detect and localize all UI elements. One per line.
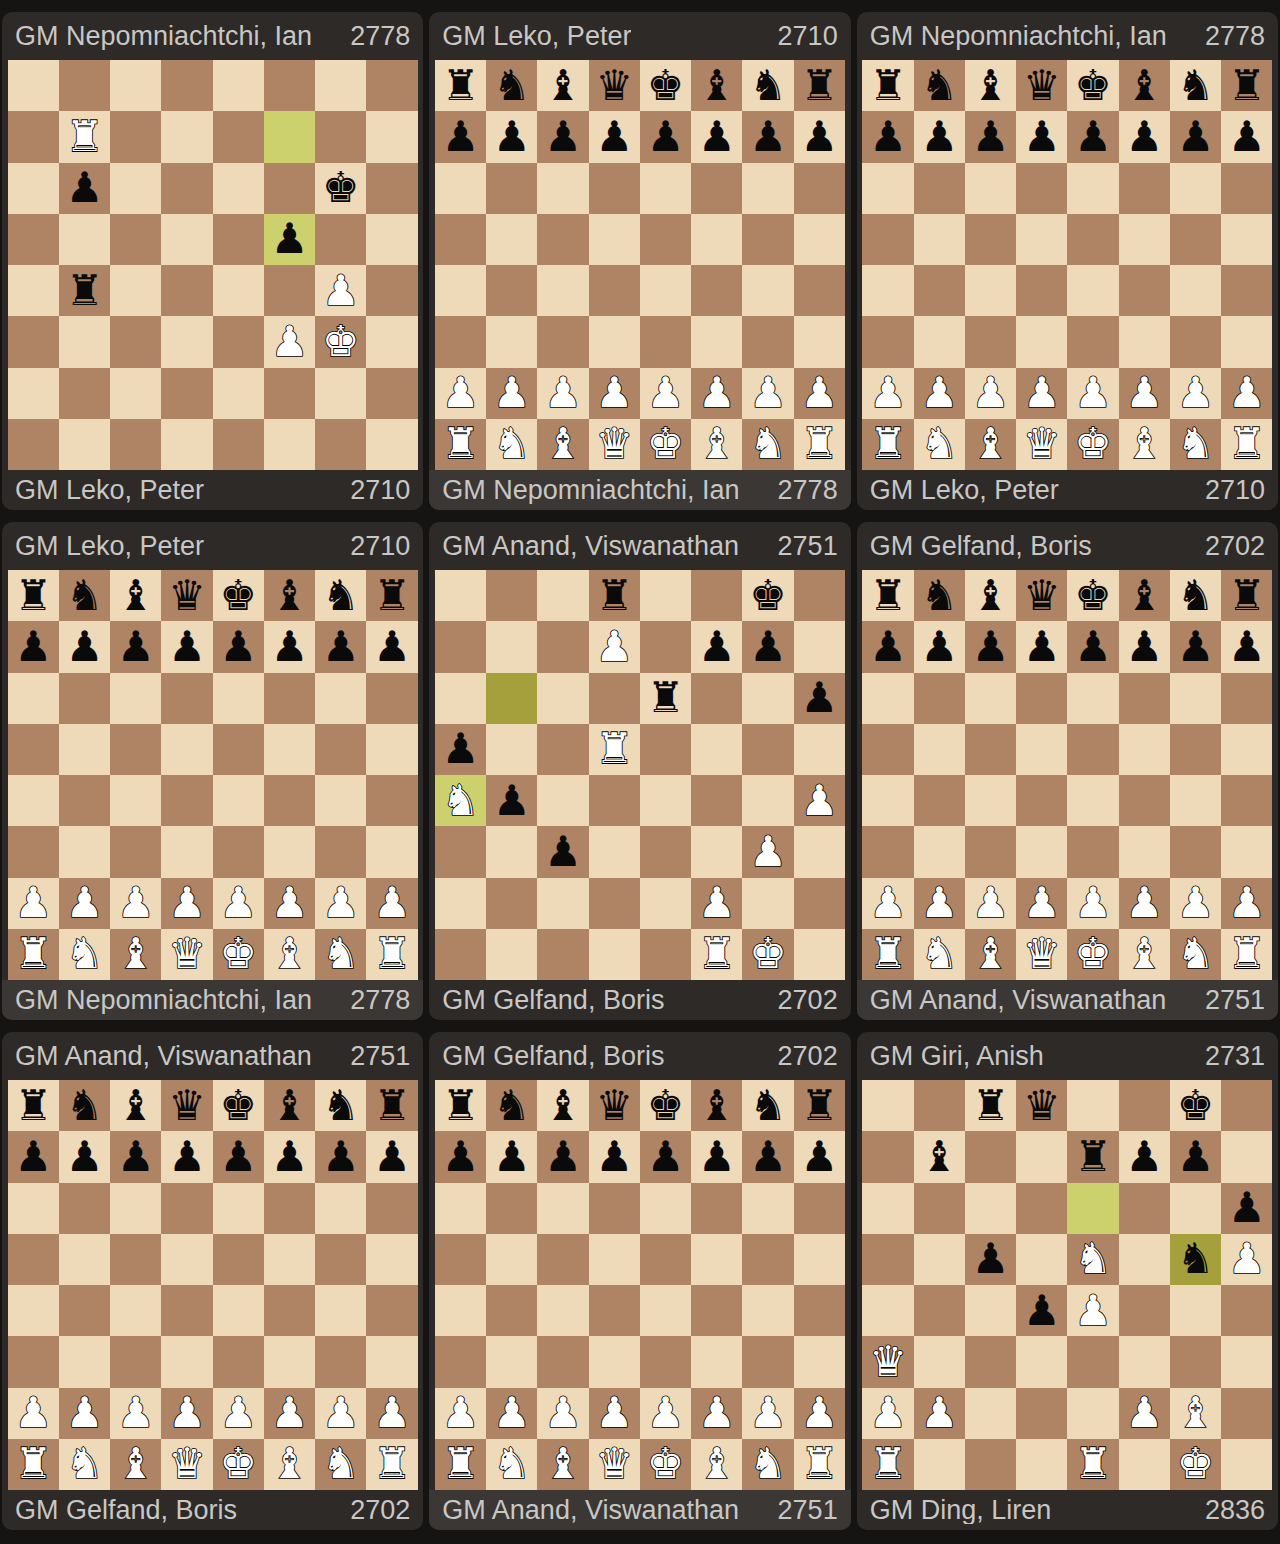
white-pawn-piece[interactable]: ♟ [110,1388,161,1439]
square-b7[interactable]: ♟ [486,1131,537,1182]
square-f8[interactable]: ♝ [264,570,315,621]
square-f3[interactable] [691,826,742,877]
square-h7[interactable]: ♟ [794,1131,845,1182]
square-b1[interactable]: ♞ [486,419,537,470]
square-b5[interactable] [59,214,110,265]
black-queen-piece[interactable]: ♛ [589,60,640,111]
square-h1[interactable]: ♜ [794,419,845,470]
square-g1[interactable] [315,419,366,470]
white-pawn-piece[interactable]: ♟ [213,1388,264,1439]
white-rook-piece[interactable]: ♜ [366,1439,417,1490]
black-queen-piece[interactable]: ♛ [1016,570,1067,621]
white-pawn-piece[interactable]: ♟ [366,878,417,929]
square-c3[interactable] [537,1336,588,1387]
square-b5[interactable] [486,214,537,265]
square-g2[interactable]: ♟ [1170,878,1221,929]
square-f7[interactable]: ♟ [1119,111,1170,162]
square-c5[interactable] [537,214,588,265]
square-f3[interactable] [691,316,742,367]
black-rook-piece[interactable]: ♜ [965,1080,1016,1131]
square-h4[interactable] [366,1285,417,1336]
white-pawn-piece[interactable]: ♟ [110,878,161,929]
square-d8[interactable]: ♛ [589,1080,640,1131]
square-a2[interactable]: ♟ [435,368,486,419]
square-h3[interactable] [366,826,417,877]
square-a4[interactable] [435,265,486,316]
black-pawn-piece[interactable]: ♟ [589,111,640,162]
square-h1[interactable] [366,419,417,470]
white-pawn-piece[interactable]: ♟ [1067,878,1118,929]
square-a5[interactable]: ♟ [435,724,486,775]
square-f7[interactable]: ♟ [264,1131,315,1182]
square-a8[interactable]: ♜ [8,1080,59,1131]
square-g7[interactable] [315,111,366,162]
square-b3[interactable] [914,826,965,877]
square-h5[interactable] [794,1234,845,1285]
square-a1[interactable]: ♜ [862,419,913,470]
square-e8[interactable]: ♚ [1067,570,1118,621]
white-knight-piece[interactable]: ♞ [435,775,486,826]
square-h7[interactable]: ♟ [794,111,845,162]
square-a8[interactable]: ♜ [862,60,913,111]
square-d7[interactable]: ♟ [589,111,640,162]
square-e4[interactable] [213,1285,264,1336]
black-pawn-piece[interactable]: ♟ [794,111,845,162]
square-g2[interactable]: ♟ [315,1388,366,1439]
square-e8[interactable]: ♚ [213,1080,264,1131]
square-g2[interactable]: ♝ [1170,1388,1221,1439]
white-bishop-piece[interactable]: ♝ [110,1439,161,1490]
black-pawn-piece[interactable]: ♟ [742,111,793,162]
black-bishop-piece[interactable]: ♝ [691,1080,742,1131]
square-d1[interactable]: ♛ [1016,419,1067,470]
square-b7[interactable]: ♟ [59,1131,110,1182]
black-pawn-piece[interactable]: ♟ [435,724,486,775]
square-c4[interactable] [965,1285,1016,1336]
white-rook-piece[interactable]: ♜ [8,1439,59,1490]
square-e7[interactable]: ♟ [1067,111,1118,162]
square-b6[interactable] [486,163,537,214]
black-pawn-piece[interactable]: ♟ [161,621,212,672]
square-d5[interactable] [589,1234,640,1285]
square-g8[interactable]: ♞ [742,60,793,111]
black-pawn-piece[interactable]: ♟ [691,621,742,672]
black-rook-piece[interactable]: ♜ [1221,570,1272,621]
black-rook-piece[interactable]: ♜ [862,570,913,621]
square-h4[interactable] [366,265,417,316]
square-b4[interactable] [914,775,965,826]
square-d1[interactable] [1016,1439,1067,1490]
square-b4[interactable] [59,1285,110,1336]
square-e5[interactable]: ♞ [1067,1234,1118,1285]
square-f7[interactable]: ♟ [691,1131,742,1182]
square-f2[interactable]: ♟ [264,1388,315,1439]
square-g5[interactable] [315,724,366,775]
game-card[interactable]: GM Nepomniachtchi, Ian 2778 ♜♞♝♛♚♝♞♜♟♟♟♟… [857,12,1278,510]
square-a2[interactable]: ♟ [862,878,913,929]
square-h5[interactable] [366,1234,417,1285]
square-f6[interactable] [1119,1183,1170,1234]
square-b8[interactable]: ♞ [486,60,537,111]
square-c8[interactable]: ♜ [965,1080,1016,1131]
square-c6[interactable] [110,163,161,214]
square-f6[interactable] [264,1183,315,1234]
square-d3[interactable] [161,316,212,367]
square-d6[interactable] [589,1183,640,1234]
square-b2[interactable]: ♟ [914,878,965,929]
black-rook-piece[interactable]: ♜ [589,570,640,621]
square-c2[interactable]: ♟ [110,1388,161,1439]
square-h2[interactable]: ♟ [1221,878,1272,929]
square-b3[interactable] [486,826,537,877]
square-e6[interactable] [213,163,264,214]
square-b3[interactable] [59,1336,110,1387]
white-pawn-piece[interactable]: ♟ [1170,368,1221,419]
square-b8[interactable] [59,60,110,111]
square-b5[interactable] [914,724,965,775]
square-c8[interactable]: ♝ [537,60,588,111]
black-knight-piece[interactable]: ♞ [59,570,110,621]
square-g5[interactable] [315,214,366,265]
square-g6[interactable] [315,1183,366,1234]
square-a2[interactable] [435,878,486,929]
black-bishop-piece[interactable]: ♝ [691,60,742,111]
white-pawn-piece[interactable]: ♟ [537,1388,588,1439]
chess-board[interactable]: ♜♟♚♟♜♟♟♚ [8,60,418,470]
square-d1[interactable] [589,929,640,980]
square-f4[interactable] [1119,265,1170,316]
square-c5[interactable] [965,724,1016,775]
square-b2[interactable]: ♟ [914,368,965,419]
white-pawn-piece[interactable]: ♟ [59,1388,110,1439]
square-h5[interactable] [794,724,845,775]
square-a6[interactable] [435,1183,486,1234]
square-c7[interactable]: ♟ [537,111,588,162]
square-c4[interactable] [965,265,1016,316]
square-f3[interactable] [264,1336,315,1387]
square-d3[interactable] [1016,1336,1067,1387]
square-h3[interactable] [366,316,417,367]
square-b6[interactable] [914,673,965,724]
square-g3[interactable] [315,1336,366,1387]
white-pawn-piece[interactable]: ♟ [691,878,742,929]
square-c1[interactable]: ♝ [537,419,588,470]
square-d4[interactable] [589,265,640,316]
square-g1[interactable]: ♞ [742,1439,793,1490]
black-knight-piece[interactable]: ♞ [486,1080,537,1131]
black-pawn-piece[interactable]: ♟ [1119,621,1170,672]
square-a5[interactable] [435,214,486,265]
square-c4[interactable] [965,775,1016,826]
black-king-piece[interactable]: ♚ [640,60,691,111]
square-e1[interactable] [640,929,691,980]
square-f3[interactable] [264,826,315,877]
square-h8[interactable]: ♜ [1221,570,1272,621]
square-d1[interactable] [161,419,212,470]
square-a8[interactable]: ♜ [862,570,913,621]
square-b8[interactable]: ♞ [59,1080,110,1131]
square-a7[interactable]: ♟ [862,111,913,162]
black-pawn-piece[interactable]: ♟ [1170,1131,1221,1182]
square-d7[interactable]: ♟ [1016,111,1067,162]
black-pawn-piece[interactable]: ♟ [161,1131,212,1182]
black-king-piece[interactable]: ♚ [213,1080,264,1131]
white-rook-piece[interactable]: ♜ [1067,1439,1118,1490]
square-d5[interactable] [161,724,212,775]
black-pawn-piece[interactable]: ♟ [264,621,315,672]
square-f2[interactable]: ♟ [691,878,742,929]
black-queen-piece[interactable]: ♛ [589,1080,640,1131]
black-king-piece[interactable]: ♚ [213,570,264,621]
white-pawn-piece[interactable]: ♟ [486,1388,537,1439]
white-bishop-piece[interactable]: ♝ [691,419,742,470]
square-a3[interactable] [862,826,913,877]
square-h5[interactable] [366,214,417,265]
square-a1[interactable] [435,929,486,980]
white-pawn-piece[interactable]: ♟ [1067,1285,1118,1336]
white-bishop-piece[interactable]: ♝ [264,929,315,980]
square-d4[interactable] [1016,265,1067,316]
square-b2[interactable]: ♟ [486,368,537,419]
black-pawn-piece[interactable]: ♟ [486,775,537,826]
white-queen-piece[interactable]: ♛ [862,1336,913,1387]
square-g4[interactable] [1170,1285,1221,1336]
square-g2[interactable]: ♟ [315,878,366,929]
square-e6[interactable] [1067,1183,1118,1234]
square-b1[interactable]: ♞ [59,1439,110,1490]
white-queen-piece[interactable]: ♛ [1016,419,1067,470]
square-a6[interactable] [435,163,486,214]
square-h3[interactable] [794,1336,845,1387]
black-pawn-piece[interactable]: ♟ [589,1131,640,1182]
square-b2[interactable]: ♟ [59,1388,110,1439]
square-f6[interactable] [264,673,315,724]
square-e1[interactable] [213,419,264,470]
square-b4[interactable] [914,1285,965,1336]
square-f2[interactable]: ♟ [1119,368,1170,419]
square-g1[interactable]: ♞ [1170,419,1221,470]
square-g7[interactable]: ♟ [315,1131,366,1182]
white-pawn-piece[interactable]: ♟ [1067,368,1118,419]
square-e1[interactable]: ♚ [213,929,264,980]
game-card[interactable]: GM Gelfand, Boris 2702 ♜♞♝♛♚♝♞♜♟♟♟♟♟♟♟♟♟… [429,1032,850,1530]
square-a3[interactable] [8,1336,59,1387]
black-pawn-piece[interactable]: ♟ [1119,1131,1170,1182]
square-c6[interactable] [965,1183,1016,1234]
black-queen-piece[interactable]: ♛ [1016,1080,1067,1131]
square-c3[interactable]: ♟ [537,826,588,877]
square-h8[interactable]: ♜ [794,60,845,111]
square-a4[interactable] [8,1285,59,1336]
square-a2[interactable]: ♟ [8,1388,59,1439]
square-h7[interactable] [1221,1131,1272,1182]
black-rook-piece[interactable]: ♜ [794,1080,845,1131]
black-pawn-piece[interactable]: ♟ [691,1131,742,1182]
square-e4[interactable] [640,265,691,316]
square-a7[interactable]: ♟ [862,621,913,672]
white-king-piece[interactable]: ♚ [640,419,691,470]
white-pawn-piece[interactable]: ♟ [965,368,1016,419]
square-d4[interactable] [589,1285,640,1336]
square-g5[interactable]: ♞ [1170,1234,1221,1285]
square-b8[interactable]: ♞ [59,570,110,621]
black-king-piece[interactable]: ♚ [1067,60,1118,111]
white-king-piece[interactable]: ♚ [315,316,366,367]
square-g1[interactable]: ♞ [315,1439,366,1490]
square-c4[interactable] [537,775,588,826]
square-e6[interactable]: ♜ [640,673,691,724]
square-a6[interactable] [862,163,913,214]
square-f4[interactable] [1119,1285,1170,1336]
square-h8[interactable] [1221,1080,1272,1131]
black-pawn-piece[interactable]: ♟ [537,111,588,162]
black-pawn-piece[interactable]: ♟ [1170,621,1221,672]
square-f5[interactable] [1119,1234,1170,1285]
square-b3[interactable] [914,316,965,367]
square-c2[interactable]: ♟ [965,878,1016,929]
square-b7[interactable]: ♜ [59,111,110,162]
square-d7[interactable] [161,111,212,162]
square-d2[interactable] [589,878,640,929]
white-king-piece[interactable]: ♚ [213,1439,264,1490]
square-f4[interactable] [691,1285,742,1336]
white-pawn-piece[interactable]: ♟ [1170,878,1221,929]
black-pawn-piece[interactable]: ♟ [435,111,486,162]
white-rook-piece[interactable]: ♜ [59,111,110,162]
square-d7[interactable]: ♟ [589,1131,640,1182]
square-e3[interactable] [1067,1336,1118,1387]
square-c6[interactable] [537,1183,588,1234]
black-pawn-piece[interactable]: ♟ [537,1131,588,1182]
square-b2[interactable]: ♟ [914,1388,965,1439]
white-queen-piece[interactable]: ♛ [589,1439,640,1490]
square-h4[interactable] [794,265,845,316]
white-rook-piece[interactable]: ♜ [862,419,913,470]
square-c7[interactable] [965,1131,1016,1182]
square-g3[interactable] [742,1336,793,1387]
square-c1[interactable] [537,929,588,980]
square-f7[interactable]: ♟ [691,111,742,162]
white-bishop-piece[interactable]: ♝ [110,929,161,980]
square-a1[interactable] [8,419,59,470]
square-g5[interactable] [742,214,793,265]
square-a4[interactable] [435,1285,486,1336]
square-h6[interactable] [794,1183,845,1234]
square-f6[interactable] [691,1183,742,1234]
black-knight-piece[interactable]: ♞ [914,60,965,111]
black-pawn-piece[interactable]: ♟ [59,163,110,214]
square-b1[interactable]: ♞ [486,1439,537,1490]
square-b7[interactable]: ♟ [914,621,965,672]
black-pawn-piece[interactable]: ♟ [862,621,913,672]
square-h1[interactable]: ♜ [366,929,417,980]
game-card[interactable]: GM Giri, Anish 2731 ♜♛♚♝♜♟♟♟♟♞♞♟♟♟♛♟♟♟♝♜… [857,1032,1278,1530]
square-f5[interactable] [264,1234,315,1285]
white-rook-piece[interactable]: ♜ [589,724,640,775]
black-pawn-piece[interactable]: ♟ [1016,1285,1067,1336]
square-f5[interactable] [691,214,742,265]
white-pawn-piece[interactable]: ♟ [315,265,366,316]
square-f4[interactable] [264,775,315,826]
square-h6[interactable] [1221,673,1272,724]
square-h8[interactable] [794,570,845,621]
square-h2[interactable]: ♟ [1221,368,1272,419]
white-rook-piece[interactable]: ♜ [366,929,417,980]
square-a2[interactable]: ♟ [862,1388,913,1439]
square-b6[interactable] [59,673,110,724]
square-d8[interactable]: ♛ [1016,1080,1067,1131]
square-c5[interactable] [537,724,588,775]
white-pawn-piece[interactable]: ♟ [435,1388,486,1439]
square-f3[interactable] [691,1336,742,1387]
square-d2[interactable]: ♟ [589,1388,640,1439]
white-pawn-piece[interactable]: ♟ [691,1388,742,1439]
white-rook-piece[interactable]: ♜ [794,1439,845,1490]
square-h6[interactable] [1221,163,1272,214]
square-d5[interactable] [1016,724,1067,775]
square-g6[interactable] [742,1183,793,1234]
white-pawn-piece[interactable]: ♟ [1119,1388,1170,1439]
square-b7[interactable]: ♟ [59,621,110,672]
square-h3[interactable] [794,826,845,877]
white-pawn-piece[interactable]: ♟ [1221,1234,1272,1285]
square-h2[interactable] [794,878,845,929]
black-pawn-piece[interactable]: ♟ [1221,621,1272,672]
black-pawn-piece[interactable]: ♟ [1221,111,1272,162]
black-pawn-piece[interactable]: ♟ [1221,1183,1272,1234]
square-a8[interactable] [435,570,486,621]
white-pawn-piece[interactable]: ♟ [8,878,59,929]
square-g3[interactable] [1170,316,1221,367]
square-f5[interactable] [691,724,742,775]
square-d3[interactable] [1016,826,1067,877]
black-bishop-piece[interactable]: ♝ [110,570,161,621]
white-bishop-piece[interactable]: ♝ [965,929,1016,980]
square-g5[interactable] [1170,214,1221,265]
black-pawn-piece[interactable]: ♟ [213,1131,264,1182]
square-a4[interactable] [862,775,913,826]
square-g8[interactable]: ♞ [1170,60,1221,111]
black-king-piece[interactable]: ♚ [1067,570,1118,621]
square-h6[interactable] [366,673,417,724]
white-pawn-piece[interactable]: ♟ [1119,368,1170,419]
square-g5[interactable] [1170,724,1221,775]
black-rook-piece[interactable]: ♜ [794,60,845,111]
square-d6[interactable] [589,673,640,724]
black-rook-piece[interactable]: ♜ [435,60,486,111]
black-bishop-piece[interactable]: ♝ [537,1080,588,1131]
white-bishop-piece[interactable]: ♝ [537,419,588,470]
square-f1[interactable]: ♝ [264,929,315,980]
square-g2[interactable]: ♟ [742,368,793,419]
white-knight-piece[interactable]: ♞ [486,419,537,470]
white-knight-piece[interactable]: ♞ [914,929,965,980]
white-pawn-piece[interactable]: ♟ [742,826,793,877]
black-rook-piece[interactable]: ♜ [8,570,59,621]
square-g7[interactable]: ♟ [742,111,793,162]
square-h8[interactable]: ♜ [794,1080,845,1131]
square-a3[interactable] [8,316,59,367]
square-b8[interactable]: ♞ [914,570,965,621]
white-king-piece[interactable]: ♚ [213,929,264,980]
white-knight-piece[interactable]: ♞ [742,1439,793,1490]
black-bishop-piece[interactable]: ♝ [1119,60,1170,111]
square-e7[interactable] [213,111,264,162]
square-b3[interactable] [59,316,110,367]
square-d4[interactable] [589,775,640,826]
square-b5[interactable] [59,1234,110,1285]
square-f1[interactable]: ♝ [1119,419,1170,470]
